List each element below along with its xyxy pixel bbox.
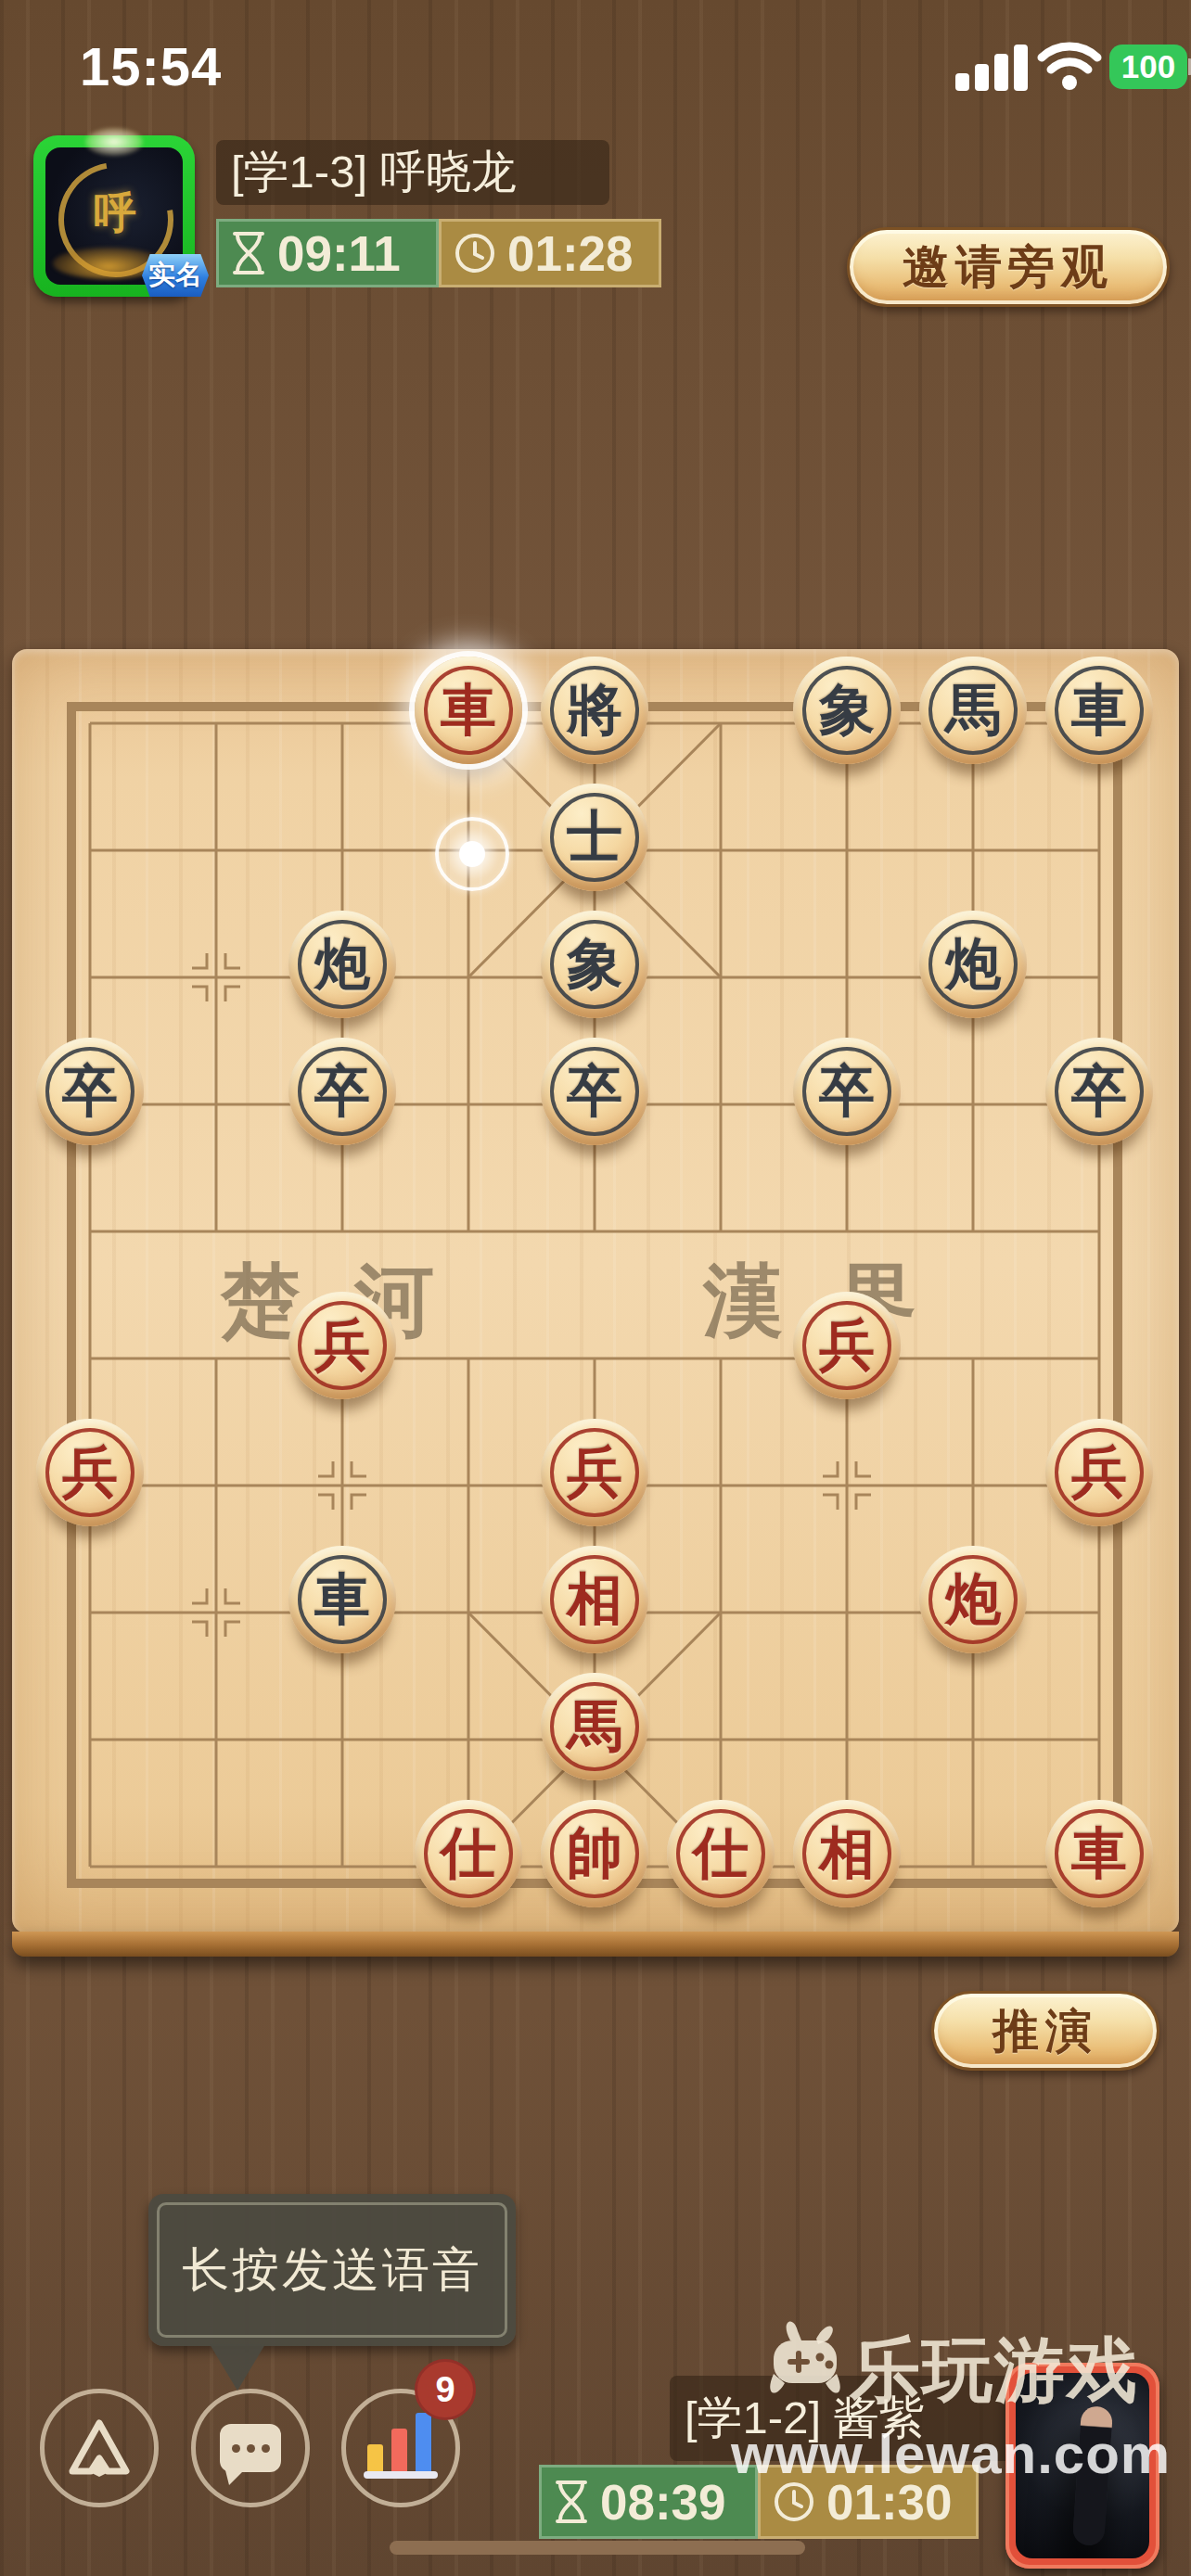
voice-tooltip: 长按发送语音 xyxy=(148,2194,516,2346)
piece-black-車[interactable]: 車 xyxy=(1045,657,1153,764)
piece-red-車[interactable]: 車 xyxy=(415,657,522,764)
stats-notification-badge: 9 xyxy=(415,2359,476,2420)
piece-red-相[interactable]: 相 xyxy=(793,1800,901,1907)
piece-red-兵[interactable]: 兵 xyxy=(288,1292,396,1399)
piece-black-卒[interactable]: 卒 xyxy=(1045,1038,1153,1145)
piece-red-帥[interactable]: 帥 xyxy=(541,1800,648,1907)
voice-chat-button[interactable] xyxy=(191,2389,310,2507)
piece-red-相[interactable]: 相 xyxy=(541,1546,648,1653)
battery-level: 100 xyxy=(1121,48,1175,85)
top-player-timers: 09:11 01:28 xyxy=(216,219,661,287)
gamepad-rabbit-icon xyxy=(762,2316,848,2396)
bar-chart-icon xyxy=(365,2417,436,2479)
chat-bubble-icon xyxy=(220,2424,281,2472)
wifi-icon xyxy=(1037,41,1102,91)
xiangqi-board[interactable]: 楚河 漢界 車將象馬車士炮象炮卒卒卒卒卒兵兵兵兵兵車相炮馬仕帥仕相車 xyxy=(12,649,1179,1933)
piece-black-卒[interactable]: 卒 xyxy=(541,1038,648,1145)
app-screen: 15:54 100 呼 实名 [学1-3] 呼晓龙 09:11 01:28 xyxy=(0,0,1191,2576)
piece-black-象[interactable]: 象 xyxy=(793,657,901,764)
piece-red-兵[interactable]: 兵 xyxy=(36,1419,144,1526)
avatar-highlight-glow xyxy=(85,128,143,156)
piece-black-炮[interactable]: 炮 xyxy=(919,911,1027,1018)
piece-black-象[interactable]: 象 xyxy=(541,911,648,1018)
piece-black-卒[interactable]: 卒 xyxy=(288,1038,396,1145)
board-shelf-edge xyxy=(12,1932,1179,1957)
piece-black-卒[interactable]: 卒 xyxy=(36,1038,144,1145)
bottom-move-timer: 08:39 xyxy=(539,2465,758,2539)
piece-red-車[interactable]: 車 xyxy=(1045,1800,1153,1907)
piece-red-炮[interactable]: 炮 xyxy=(919,1546,1027,1653)
piece-red-兵[interactable]: 兵 xyxy=(541,1419,648,1526)
piece-black-炮[interactable]: 炮 xyxy=(288,911,396,1018)
piece-red-馬[interactable]: 馬 xyxy=(541,1673,648,1780)
piece-black-將[interactable]: 將 xyxy=(541,657,648,764)
cellular-signal-icon xyxy=(955,45,1030,91)
home-indicator[interactable] xyxy=(390,2541,805,2555)
piece-black-馬[interactable]: 馬 xyxy=(919,657,1027,764)
piece-red-仕[interactable]: 仕 xyxy=(667,1800,775,1907)
piece-black-士[interactable]: 士 xyxy=(541,784,648,891)
watermark-title: 乐玩游戏 xyxy=(850,2324,1139,2419)
top-player-name: [学1-3] 呼晓龙 xyxy=(216,140,609,205)
piece-black-卒[interactable]: 卒 xyxy=(793,1038,901,1145)
hourglass-icon xyxy=(554,2479,589,2525)
last-move-origin-marker xyxy=(435,817,509,891)
status-time: 15:54 xyxy=(80,35,222,97)
watermark-url: www.lewan.com xyxy=(731,2422,1171,2486)
invite-spectators-button[interactable]: 邀请旁观 xyxy=(847,227,1170,307)
promote-button[interactable] xyxy=(40,2389,159,2507)
voice-tooltip-text: 长按发送语音 xyxy=(182,2238,482,2302)
hourglass-icon xyxy=(231,230,266,276)
top-game-timer: 01:28 xyxy=(439,219,661,287)
piece-red-兵[interactable]: 兵 xyxy=(793,1292,901,1399)
piece-black-車[interactable]: 車 xyxy=(288,1546,396,1653)
battery-icon: 100 xyxy=(1109,45,1187,89)
clock-icon xyxy=(773,2480,815,2523)
up-arrow-icon xyxy=(67,2419,132,2477)
realname-badge: 实名 xyxy=(142,254,209,297)
top-move-timer: 09:11 xyxy=(216,219,439,287)
clock-icon xyxy=(454,232,496,274)
analyze-button[interactable]: 推演 xyxy=(931,1991,1159,2071)
piece-red-兵[interactable]: 兵 xyxy=(1045,1419,1153,1526)
piece-red-仕[interactable]: 仕 xyxy=(415,1800,522,1907)
